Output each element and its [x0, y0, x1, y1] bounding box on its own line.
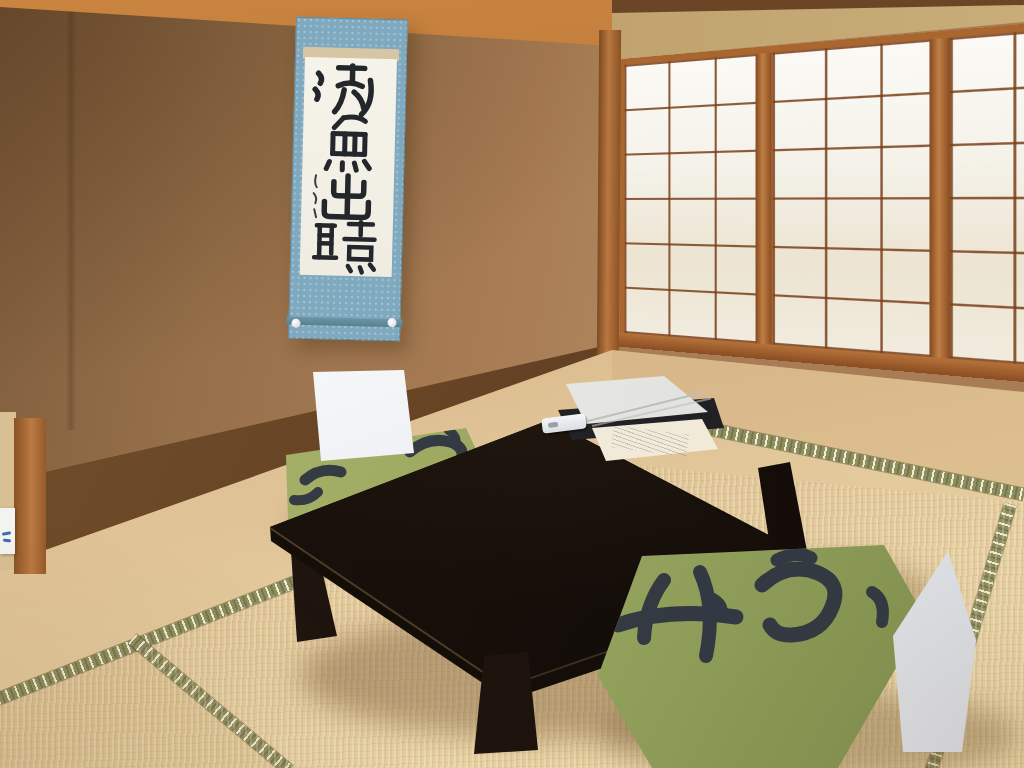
scroll-roller-knob: [291, 319, 300, 328]
ryokan-room-photo: 游魚出聴: [0, 0, 1024, 768]
label-marks: [3, 539, 11, 543]
glyph-you: [315, 65, 372, 114]
scroll-calligraphy-strokes: [304, 55, 393, 273]
shoji-panel-3: [943, 17, 1024, 378]
remote-buttons: [548, 422, 559, 428]
shoji-panel-1: [620, 53, 770, 345]
glyph-kiku: [314, 221, 375, 272]
scroll-roller-rod: [286, 317, 402, 328]
side-wood-post: [14, 418, 46, 574]
small-white-box: [0, 508, 15, 554]
corner-post: [597, 30, 621, 362]
shoji-panel-2: [767, 38, 946, 358]
wall-shading: [66, 0, 76, 430]
hanging-scroll: 游魚出聴: [288, 17, 408, 342]
label-marks: [2, 531, 11, 535]
shoji-screen-wall: [612, 10, 1024, 395]
glyph-deru: [324, 175, 369, 217]
shoji-frame-post: [756, 46, 772, 360]
artist-signature-marks: [313, 175, 317, 217]
glyph-sakana: [326, 116, 370, 170]
shoji-frame-post: [929, 30, 950, 375]
